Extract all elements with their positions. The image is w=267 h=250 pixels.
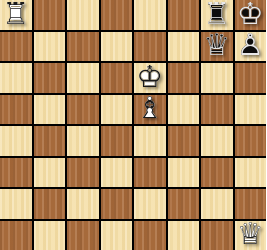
square-a3[interactable] xyxy=(0,158,32,188)
square-b3[interactable] xyxy=(34,158,66,188)
square-a5[interactable] xyxy=(0,95,32,125)
square-a1[interactable] xyxy=(0,221,32,250)
square-f3[interactable] xyxy=(168,158,200,188)
square-g5[interactable] xyxy=(201,95,233,125)
square-e2[interactable] xyxy=(134,189,166,219)
square-g2[interactable] xyxy=(201,189,233,219)
white-bishop[interactable]: ♝♗ xyxy=(134,95,166,125)
chess-board-wrap: ♜♖♜♖♚♔♛♕♟♙♚♔♝♗♛♕ xyxy=(0,0,266,250)
square-f2[interactable] xyxy=(168,189,200,219)
black-pawn-outline-glyph: ♙ xyxy=(237,31,264,61)
square-e7[interactable] xyxy=(134,32,166,62)
black-rook-outline-glyph: ♖ xyxy=(203,0,230,29)
square-b5[interactable] xyxy=(34,95,66,125)
square-f5[interactable] xyxy=(168,95,200,125)
square-e6[interactable]: ♚♔ xyxy=(134,63,166,93)
square-c1[interactable] xyxy=(67,221,99,250)
white-queen[interactable]: ♛♕ xyxy=(235,221,267,250)
square-d4[interactable] xyxy=(101,126,133,156)
square-f4[interactable] xyxy=(168,126,200,156)
white-king[interactable]: ♚♔ xyxy=(134,63,166,93)
square-a4[interactable] xyxy=(0,126,32,156)
square-b2[interactable] xyxy=(34,189,66,219)
square-e3[interactable] xyxy=(134,158,166,188)
square-d7[interactable] xyxy=(101,32,133,62)
square-c8[interactable] xyxy=(67,0,99,30)
white-bishop-outline-glyph: ♗ xyxy=(136,94,163,124)
square-c5[interactable] xyxy=(67,95,99,125)
square-h7[interactable]: ♟♙ xyxy=(235,32,267,62)
black-rook[interactable]: ♜♖ xyxy=(201,0,233,30)
square-g3[interactable] xyxy=(201,158,233,188)
square-d3[interactable] xyxy=(101,158,133,188)
square-h5[interactable] xyxy=(235,95,267,125)
square-g6[interactable] xyxy=(201,63,233,93)
square-h2[interactable] xyxy=(235,189,267,219)
square-a2[interactable] xyxy=(0,189,32,219)
square-h3[interactable] xyxy=(235,158,267,188)
square-h8[interactable]: ♚♔ xyxy=(235,0,267,30)
black-queen-outline-glyph: ♕ xyxy=(203,31,230,61)
square-f6[interactable] xyxy=(168,63,200,93)
black-king[interactable]: ♚♔ xyxy=(235,0,267,30)
square-e8[interactable] xyxy=(134,0,166,30)
square-a6[interactable] xyxy=(0,63,32,93)
square-e4[interactable] xyxy=(134,126,166,156)
square-g1[interactable] xyxy=(201,221,233,250)
white-king-outline-glyph: ♔ xyxy=(136,62,163,92)
square-f7[interactable] xyxy=(168,32,200,62)
square-g8[interactable]: ♜♖ xyxy=(201,0,233,30)
chess-board: ♜♖♜♖♚♔♛♕♟♙♚♔♝♗♛♕ xyxy=(0,0,266,250)
square-d6[interactable] xyxy=(101,63,133,93)
square-c4[interactable] xyxy=(67,126,99,156)
square-h6[interactable] xyxy=(235,63,267,93)
square-b8[interactable] xyxy=(34,0,66,30)
square-d2[interactable] xyxy=(101,189,133,219)
square-f1[interactable] xyxy=(168,221,200,250)
square-b4[interactable] xyxy=(34,126,66,156)
square-g4[interactable] xyxy=(201,126,233,156)
square-d8[interactable] xyxy=(101,0,133,30)
square-b6[interactable] xyxy=(34,63,66,93)
square-g7[interactable]: ♛♕ xyxy=(201,32,233,62)
square-e5[interactable]: ♝♗ xyxy=(134,95,166,125)
black-pawn[interactable]: ♟♙ xyxy=(235,32,267,62)
square-e1[interactable] xyxy=(134,221,166,250)
white-rook[interactable]: ♜♖ xyxy=(0,0,32,30)
square-b1[interactable] xyxy=(34,221,66,250)
square-c2[interactable] xyxy=(67,189,99,219)
square-h4[interactable] xyxy=(235,126,267,156)
white-rook-outline-glyph: ♖ xyxy=(2,0,29,29)
square-h1[interactable]: ♛♕ xyxy=(235,221,267,250)
square-a8[interactable]: ♜♖ xyxy=(0,0,32,30)
square-c7[interactable] xyxy=(67,32,99,62)
square-a7[interactable] xyxy=(0,32,32,62)
square-c3[interactable] xyxy=(67,158,99,188)
black-king-outline-glyph: ♔ xyxy=(237,0,264,29)
white-queen-outline-glyph: ♕ xyxy=(237,220,264,250)
square-c6[interactable] xyxy=(67,63,99,93)
square-b7[interactable] xyxy=(34,32,66,62)
black-queen[interactable]: ♛♕ xyxy=(201,32,233,62)
square-f8[interactable] xyxy=(168,0,200,30)
square-d5[interactable] xyxy=(101,95,133,125)
square-d1[interactable] xyxy=(101,221,133,250)
